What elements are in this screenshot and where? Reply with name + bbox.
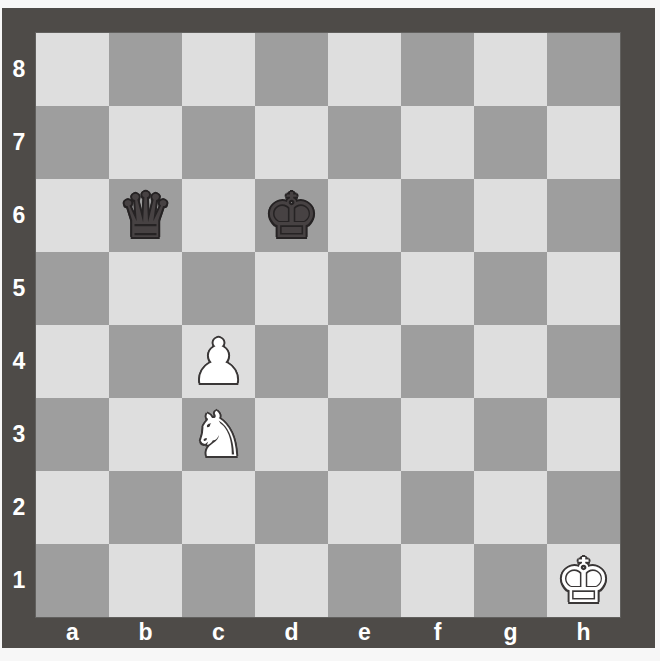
square-d6[interactable]: ♚ xyxy=(255,179,328,252)
square-a4[interactable] xyxy=(36,325,109,398)
square-c1[interactable] xyxy=(182,544,255,617)
square-g4[interactable] xyxy=(474,325,547,398)
square-f5[interactable] xyxy=(401,252,474,325)
square-a5[interactable] xyxy=(36,252,109,325)
square-e1[interactable] xyxy=(328,544,401,617)
square-a7[interactable] xyxy=(36,106,109,179)
square-b6[interactable]: ♛ xyxy=(109,179,182,252)
square-b4[interactable] xyxy=(109,325,182,398)
square-d2[interactable] xyxy=(255,471,328,544)
square-b5[interactable] xyxy=(109,252,182,325)
chess-board[interactable]: ♛♚♟♞♚ xyxy=(36,33,620,617)
square-g2[interactable] xyxy=(474,471,547,544)
square-d5[interactable] xyxy=(255,252,328,325)
square-c3[interactable]: ♞ xyxy=(182,398,255,471)
square-a8[interactable] xyxy=(36,33,109,106)
file-labels: abcdefgh xyxy=(36,617,620,648)
square-d8[interactable] xyxy=(255,33,328,106)
square-c2[interactable] xyxy=(182,471,255,544)
square-d3[interactable] xyxy=(255,398,328,471)
square-f6[interactable] xyxy=(401,179,474,252)
rank-label-1: 1 xyxy=(2,544,36,617)
square-f3[interactable] xyxy=(401,398,474,471)
file-label-b: b xyxy=(109,617,182,648)
square-a1[interactable] xyxy=(36,544,109,617)
square-e4[interactable] xyxy=(328,325,401,398)
file-label-a: a xyxy=(36,617,109,648)
square-f7[interactable] xyxy=(401,106,474,179)
square-b7[interactable] xyxy=(109,106,182,179)
square-g1[interactable] xyxy=(474,544,547,617)
piece-white-knight[interactable]: ♞ xyxy=(191,398,247,471)
rank-label-3: 3 xyxy=(2,398,36,471)
square-f2[interactable] xyxy=(401,471,474,544)
square-d4[interactable] xyxy=(255,325,328,398)
square-h8[interactable] xyxy=(547,33,620,106)
square-b2[interactable] xyxy=(109,471,182,544)
square-g5[interactable] xyxy=(474,252,547,325)
square-h6[interactable] xyxy=(547,179,620,252)
square-a3[interactable] xyxy=(36,398,109,471)
file-label-d: d xyxy=(255,617,328,648)
square-e2[interactable] xyxy=(328,471,401,544)
chess-board-frame: 87654321 ♛♚♟♞♚ abcdefgh xyxy=(2,8,655,648)
piece-white-pawn[interactable]: ♟ xyxy=(191,325,247,398)
file-label-e: e xyxy=(328,617,401,648)
square-h4[interactable] xyxy=(547,325,620,398)
rank-label-2: 2 xyxy=(2,471,36,544)
square-g3[interactable] xyxy=(474,398,547,471)
file-label-h: h xyxy=(547,617,620,648)
square-h2[interactable] xyxy=(547,471,620,544)
square-d1[interactable] xyxy=(255,544,328,617)
square-e3[interactable] xyxy=(328,398,401,471)
square-d7[interactable] xyxy=(255,106,328,179)
file-label-c: c xyxy=(182,617,255,648)
square-c5[interactable] xyxy=(182,252,255,325)
square-g6[interactable] xyxy=(474,179,547,252)
square-g7[interactable] xyxy=(474,106,547,179)
rank-label-7: 7 xyxy=(2,106,36,179)
square-h7[interactable] xyxy=(547,106,620,179)
square-f1[interactable] xyxy=(401,544,474,617)
square-e7[interactable] xyxy=(328,106,401,179)
square-f4[interactable] xyxy=(401,325,474,398)
square-a6[interactable] xyxy=(36,179,109,252)
square-c4[interactable]: ♟ xyxy=(182,325,255,398)
square-f8[interactable] xyxy=(401,33,474,106)
square-b8[interactable] xyxy=(109,33,182,106)
square-e6[interactable] xyxy=(328,179,401,252)
square-g8[interactable] xyxy=(474,33,547,106)
square-h5[interactable] xyxy=(547,252,620,325)
square-h1[interactable]: ♚ xyxy=(547,544,620,617)
square-b3[interactable] xyxy=(109,398,182,471)
square-h3[interactable] xyxy=(547,398,620,471)
square-c6[interactable] xyxy=(182,179,255,252)
piece-white-king[interactable]: ♚ xyxy=(556,544,612,617)
square-a2[interactable] xyxy=(36,471,109,544)
square-b1[interactable] xyxy=(109,544,182,617)
rank-label-5: 5 xyxy=(2,252,36,325)
square-c8[interactable] xyxy=(182,33,255,106)
square-c7[interactable] xyxy=(182,106,255,179)
rank-labels: 87654321 xyxy=(2,33,36,617)
file-label-g: g xyxy=(474,617,547,648)
rank-label-6: 6 xyxy=(2,179,36,252)
piece-black-king[interactable]: ♚ xyxy=(264,179,320,252)
rank-label-4: 4 xyxy=(2,325,36,398)
file-label-f: f xyxy=(401,617,474,648)
rank-label-8: 8 xyxy=(2,33,36,106)
square-e8[interactable] xyxy=(328,33,401,106)
square-e5[interactable] xyxy=(328,252,401,325)
piece-black-queen[interactable]: ♛ xyxy=(118,179,174,252)
